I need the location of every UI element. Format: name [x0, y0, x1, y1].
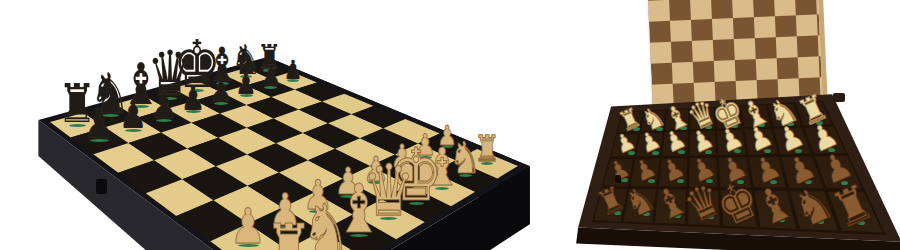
piece-black-pawn: ♟	[119, 96, 148, 135]
piece-white-rook: ♜	[265, 216, 313, 250]
piece-black-pawn: ♟	[84, 103, 115, 145]
piece-black-pawn: ♟	[181, 81, 206, 115]
tray-clasp-hole	[615, 175, 621, 183]
piece-black-pawn: ♟	[151, 88, 178, 124]
piece-black-pawn: ♟	[235, 68, 257, 98]
tray-clasp-tab	[833, 93, 845, 102]
chess-set-product-photo: ♜♞♝♛♚♝♞♜♟♟♟♟♟♟♟♟♟♟♟♟♟♟♟♟♜♞♝♛♚♝♞♜ ♜♞♝♛♚♝♞…	[0, 0, 900, 250]
box-latch	[96, 179, 107, 194]
piece-white-pawn: ♟	[230, 203, 266, 250]
piece-black-pawn: ♟	[283, 57, 302, 84]
piece-black-pawn: ♟	[209, 75, 232, 107]
piece-black-pawn: ♟	[260, 63, 281, 91]
